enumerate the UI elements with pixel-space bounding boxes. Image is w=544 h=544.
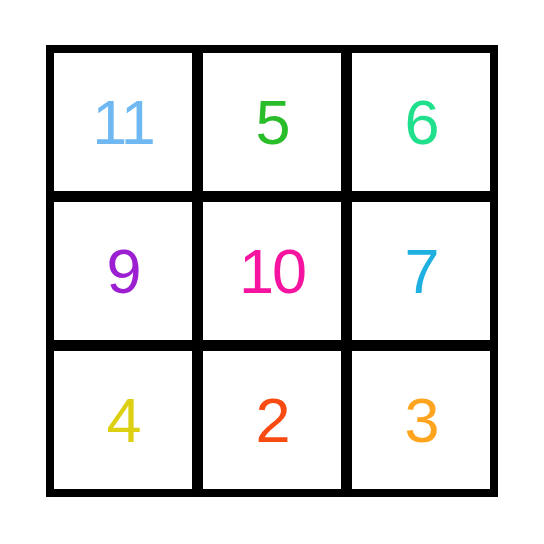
cell-value-r3c2: 2 xyxy=(255,389,288,452)
cell-r2c2[interactable]: 10 xyxy=(203,202,341,340)
cell-value-r3c3: 3 xyxy=(404,389,437,452)
cell-r2c3[interactable]: 7 xyxy=(352,202,490,340)
number-grid: 11 5 6 9 10 7 4 2 3 xyxy=(46,45,498,497)
cell-value-r3c1: 4 xyxy=(106,389,139,452)
cell-value-r1c1: 11 xyxy=(92,91,153,154)
cell-r3c1[interactable]: 4 xyxy=(54,351,192,489)
canvas: 11 5 6 9 10 7 4 2 3 xyxy=(0,0,544,544)
cell-value-r2c2: 10 xyxy=(239,240,305,303)
cell-r1c1[interactable]: 11 xyxy=(54,53,192,191)
cell-r2c1[interactable]: 9 xyxy=(54,202,192,340)
cell-r3c3[interactable]: 3 xyxy=(352,351,490,489)
cell-value-r1c3: 6 xyxy=(404,91,437,154)
cell-r1c3[interactable]: 6 xyxy=(352,53,490,191)
cell-value-r1c2: 5 xyxy=(255,91,288,154)
cell-value-r2c1: 9 xyxy=(106,240,139,303)
cell-r3c2[interactable]: 2 xyxy=(203,351,341,489)
cell-r1c2[interactable]: 5 xyxy=(203,53,341,191)
cell-value-r2c3: 7 xyxy=(404,240,437,303)
